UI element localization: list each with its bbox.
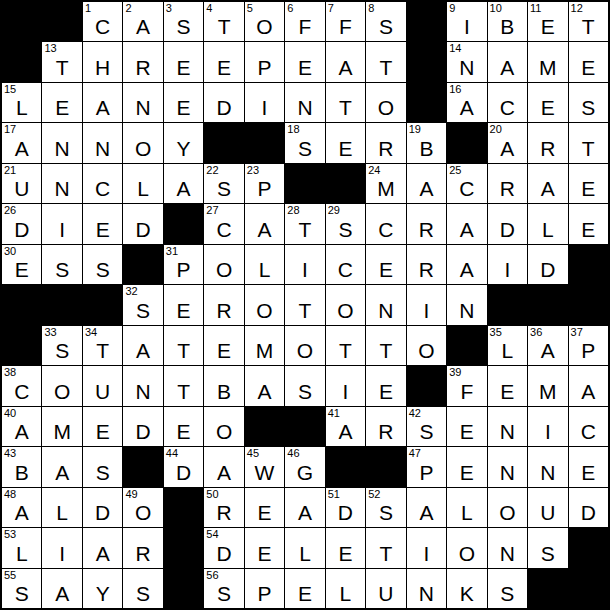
cell-letter: U xyxy=(528,502,567,524)
grid-cell[interactable]: P xyxy=(245,569,284,608)
grid-cell[interactable]: 46G xyxy=(285,447,324,486)
grid-cell[interactable]: 48A xyxy=(2,488,41,527)
grid-cell[interactable]: 38C xyxy=(2,366,41,405)
grid-cell[interactable]: S xyxy=(83,447,122,486)
cell-letter: N xyxy=(488,543,527,565)
grid-cell[interactable]: I xyxy=(42,204,81,243)
grid-cell[interactable]: D xyxy=(528,245,567,284)
grid-cell[interactable]: O xyxy=(488,488,527,527)
grid-cell[interactable]: 55S xyxy=(2,569,41,608)
clue-number: 46 xyxy=(287,447,299,460)
grid-cell[interactable]: T xyxy=(164,326,203,365)
grid-cell[interactable]: O xyxy=(204,245,243,284)
grid-cell[interactable]: E xyxy=(569,447,608,486)
grid-cell[interactable]: E xyxy=(569,204,608,243)
grid-cell[interactable]: K xyxy=(447,569,486,608)
grid-cell[interactable]: E xyxy=(164,407,203,446)
grid-cell[interactable]: 10B xyxy=(488,2,527,41)
grid-cell[interactable]: U xyxy=(366,569,405,608)
grid-cell[interactable]: M xyxy=(245,326,284,365)
clue-number: 41 xyxy=(328,407,340,420)
grid-cell[interactable]: 23P xyxy=(245,164,284,203)
grid-cell[interactable]: 53L xyxy=(2,528,41,567)
grid-cell[interactable]: 29S xyxy=(326,204,365,243)
clue-number: 13 xyxy=(44,42,56,55)
blocked-cell xyxy=(326,164,365,203)
cell-letter: P xyxy=(245,583,284,605)
clue-number: 22 xyxy=(206,164,218,177)
grid-cell[interactable]: N xyxy=(366,285,405,324)
grid-cell[interactable]: L xyxy=(123,164,162,203)
grid-cell[interactable]: 6F xyxy=(285,2,324,41)
clue-number: 35 xyxy=(490,326,502,339)
cell-letter: O xyxy=(123,138,162,160)
cell-letter: A xyxy=(123,16,162,38)
grid-cell[interactable]: D xyxy=(569,488,608,527)
grid-cell[interactable]: 31P xyxy=(164,245,203,284)
cell-letter: U xyxy=(366,583,405,605)
grid-cell[interactable]: T xyxy=(326,83,365,122)
cell-letter: P xyxy=(407,462,446,484)
cell-letter: E xyxy=(83,219,122,241)
grid-cell[interactable]: N xyxy=(42,123,81,162)
grid-cell[interactable]: P xyxy=(245,42,284,81)
clue-number: 7 xyxy=(328,2,334,15)
clue-number: 50 xyxy=(206,488,218,501)
cell-letter: D xyxy=(2,219,41,241)
grid-cell[interactable]: A xyxy=(447,204,486,243)
grid-cell[interactable]: 8S xyxy=(366,2,405,41)
grid-cell[interactable]: 11E xyxy=(528,2,567,41)
grid-cell[interactable]: 22S xyxy=(204,164,243,203)
grid-cell[interactable]: 56S xyxy=(204,569,243,608)
grid-cell[interactable]: N xyxy=(488,407,527,446)
grid-cell[interactable]: 52S xyxy=(366,488,405,527)
cell-letter: S xyxy=(83,259,122,281)
clue-number: 1 xyxy=(85,2,91,15)
cell-letter: C xyxy=(366,219,405,241)
grid-cell[interactable]: N xyxy=(407,569,446,608)
grid-cell[interactable]: A xyxy=(326,42,365,81)
grid-cell[interactable]: A xyxy=(245,204,284,243)
grid-cell[interactable]: S xyxy=(285,366,324,405)
cell-letter: W xyxy=(245,462,284,484)
grid-cell[interactable]: 37P xyxy=(569,326,608,365)
grid-cell[interactable]: A xyxy=(245,366,284,405)
grid-cell[interactable]: I xyxy=(42,528,81,567)
cell-letter: C xyxy=(83,16,122,38)
grid-cell[interactable]: O xyxy=(326,285,365,324)
blocked-cell xyxy=(407,42,446,81)
grid-cell[interactable]: O xyxy=(366,83,405,122)
grid-cell[interactable]: D xyxy=(123,407,162,446)
grid-cell[interactable]: C xyxy=(366,204,405,243)
grid-cell[interactable]: R xyxy=(366,123,405,162)
grid-cell[interactable]: R xyxy=(366,407,405,446)
grid-cell[interactable]: O xyxy=(42,366,81,405)
blocked-cell xyxy=(488,285,527,324)
grid-cell[interactable]: 9I xyxy=(447,2,486,41)
grid-cell[interactable]: 34T xyxy=(83,326,122,365)
cell-letter: S xyxy=(204,583,243,605)
blocked-cell xyxy=(447,326,486,365)
grid-cell[interactable]: C xyxy=(326,245,365,284)
grid-cell[interactable]: 54D xyxy=(204,528,243,567)
grid-cell[interactable]: E xyxy=(204,42,243,81)
blocked-cell xyxy=(83,285,122,324)
cell-letter: A xyxy=(326,57,365,79)
grid-cell[interactable]: D xyxy=(123,204,162,243)
grid-cell[interactable]: 20A xyxy=(488,123,527,162)
cell-letter: N xyxy=(488,462,527,484)
grid-cell[interactable]: B xyxy=(204,366,243,405)
cell-letter: P xyxy=(245,178,284,200)
cell-letter: E xyxy=(569,178,608,200)
cell-letter: T xyxy=(326,340,365,362)
grid-cell[interactable]: 45W xyxy=(245,447,284,486)
grid-cell[interactable]: E xyxy=(245,528,284,567)
grid-cell[interactable]: E xyxy=(569,164,608,203)
cell-letter: T xyxy=(569,138,608,160)
cell-letter: N xyxy=(83,138,122,160)
grid-cell[interactable]: O xyxy=(204,407,243,446)
grid-cell[interactable]: E xyxy=(204,326,243,365)
cell-letter: E xyxy=(366,381,405,403)
grid-cell[interactable]: E xyxy=(326,528,365,567)
clue-number: 51 xyxy=(328,488,340,501)
clue-number: 29 xyxy=(328,204,340,217)
grid-cell[interactable]: A xyxy=(407,488,446,527)
grid-cell[interactable]: A xyxy=(42,569,81,608)
grid-cell[interactable]: I xyxy=(245,83,284,122)
grid-cell[interactable]: A xyxy=(83,83,122,122)
grid-cell[interactable]: Y xyxy=(83,569,122,608)
grid-cell[interactable]: L xyxy=(42,488,81,527)
grid-cell[interactable]: E xyxy=(447,447,486,486)
grid-cell[interactable]: S xyxy=(42,245,81,284)
grid-cell[interactable]: R xyxy=(407,204,446,243)
cell-letter: S xyxy=(42,259,81,281)
cell-letter: T xyxy=(164,340,203,362)
cell-letter: I xyxy=(245,97,284,119)
grid-cell[interactable]: L xyxy=(326,569,365,608)
grid-cell[interactable]: T xyxy=(569,123,608,162)
grid-cell[interactable]: N xyxy=(123,366,162,405)
grid-cell[interactable]: E xyxy=(569,42,608,81)
blocked-cell xyxy=(407,83,446,122)
cell-letter: N xyxy=(447,300,486,322)
cell-letter: S xyxy=(2,583,41,605)
grid-cell[interactable]: E xyxy=(164,42,203,81)
grid-cell[interactable]: A xyxy=(204,447,243,486)
grid-cell[interactable]: T xyxy=(164,366,203,405)
grid-cell[interactable]: 39F xyxy=(447,366,486,405)
grid-cell[interactable]: D xyxy=(204,83,243,122)
blocked-cell xyxy=(569,245,608,284)
grid-cell[interactable]: 25C xyxy=(447,164,486,203)
grid-cell[interactable]: U xyxy=(83,366,122,405)
grid-cell[interactable]: 41A xyxy=(326,407,365,446)
grid-cell[interactable]: N xyxy=(447,285,486,324)
grid-cell[interactable]: C xyxy=(83,164,122,203)
cell-letter: E xyxy=(528,16,567,38)
cell-letter: L xyxy=(245,259,284,281)
cell-letter: M xyxy=(528,57,567,79)
blocked-cell xyxy=(2,2,41,41)
grid-cell[interactable]: R xyxy=(528,123,567,162)
grid-cell[interactable]: 35L xyxy=(488,326,527,365)
cell-letter: N xyxy=(366,300,405,322)
cell-letter: E xyxy=(366,259,405,281)
grid-cell[interactable]: E xyxy=(447,407,486,446)
grid-cell[interactable]: E xyxy=(366,245,405,284)
grid-cell[interactable]: 13T xyxy=(42,42,81,81)
grid-cell[interactable]: S xyxy=(123,569,162,608)
blocked-cell xyxy=(164,569,203,608)
cell-letter: N xyxy=(407,583,446,605)
clue-number: 8 xyxy=(368,2,374,15)
grid-cell[interactable]: 7F xyxy=(326,2,365,41)
grid-cell[interactable]: E xyxy=(83,204,122,243)
grid-cell[interactable]: I xyxy=(285,245,324,284)
grid-cell[interactable]: 4T xyxy=(204,2,243,41)
cell-letter: D xyxy=(326,502,365,524)
grid-cell[interactable]: E xyxy=(245,488,284,527)
grid-cell[interactable]: C xyxy=(488,83,527,122)
grid-cell[interactable]: R xyxy=(123,42,162,81)
grid-cell[interactable]: M xyxy=(528,42,567,81)
clue-number: 37 xyxy=(571,326,583,339)
grid-cell[interactable]: 15L xyxy=(2,83,41,122)
grid-cell[interactable]: Y xyxy=(164,123,203,162)
blocked-cell xyxy=(569,569,608,608)
grid-cell[interactable]: D xyxy=(488,204,527,243)
cell-letter: M xyxy=(528,381,567,403)
clue-number: 6 xyxy=(287,2,293,15)
clue-number: 4 xyxy=(206,2,212,15)
blocked-cell xyxy=(407,2,446,41)
cell-letter: D xyxy=(164,462,203,484)
clue-number: 38 xyxy=(4,366,16,379)
grid-cell[interactable]: T xyxy=(326,326,365,365)
cell-letter: N xyxy=(123,381,162,403)
grid-cell[interactable]: A xyxy=(488,42,527,81)
grid-cell[interactable]: 21U xyxy=(2,164,41,203)
grid-cell[interactable]: N xyxy=(83,123,122,162)
grid-cell[interactable]: 17A xyxy=(2,123,41,162)
grid-cell[interactable]: 14N xyxy=(447,42,486,81)
grid-cell[interactable]: 49O xyxy=(123,488,162,527)
grid-cell[interactable]: O xyxy=(285,326,324,365)
grid-cell[interactable]: 43B xyxy=(2,447,41,486)
grid-cell[interactable]: E xyxy=(326,123,365,162)
grid-cell[interactable]: N xyxy=(488,447,527,486)
grid-cell[interactable]: S xyxy=(83,245,122,284)
cell-letter: D xyxy=(83,502,122,524)
clue-number: 12 xyxy=(571,2,583,15)
cell-letter: A xyxy=(42,462,81,484)
cell-letter: S xyxy=(569,97,608,119)
grid-cell[interactable]: 1C xyxy=(83,2,122,41)
cell-letter: A xyxy=(569,381,608,403)
grid-cell[interactable]: T xyxy=(366,326,405,365)
grid-cell[interactable]: O xyxy=(407,326,446,365)
grid-cell[interactable]: 51D xyxy=(326,488,365,527)
grid-cell[interactable]: O xyxy=(123,123,162,162)
grid-cell[interactable]: 33S xyxy=(42,326,81,365)
grid-cell[interactable]: 16A xyxy=(447,83,486,122)
cell-letter: K xyxy=(447,583,486,605)
grid-cell[interactable]: 40A xyxy=(2,407,41,446)
blocked-cell xyxy=(164,528,203,567)
grid-cell[interactable]: I xyxy=(528,407,567,446)
grid-cell[interactable]: R xyxy=(123,528,162,567)
grid-cell[interactable]: O xyxy=(447,528,486,567)
cell-letter: C xyxy=(326,259,365,281)
blocked-cell xyxy=(123,245,162,284)
grid-cell[interactable]: N xyxy=(123,83,162,122)
clue-number: 19 xyxy=(409,123,421,136)
clue-number: 18 xyxy=(287,123,299,136)
grid-cell[interactable]: 19B xyxy=(407,123,446,162)
cell-letter: D xyxy=(123,421,162,443)
grid-cell[interactable]: A xyxy=(285,488,324,527)
grid-cell[interactable]: L xyxy=(528,204,567,243)
grid-cell[interactable]: 27C xyxy=(204,204,243,243)
grid-cell[interactable]: L xyxy=(245,245,284,284)
clue-number: 25 xyxy=(449,164,461,177)
grid-cell[interactable]: 47P xyxy=(407,447,446,486)
grid-cell[interactable]: A xyxy=(447,245,486,284)
grid-cell[interactable]: T xyxy=(285,285,324,324)
cell-letter: C xyxy=(447,178,486,200)
cell-letter: I xyxy=(326,381,365,403)
clue-number: 23 xyxy=(247,164,259,177)
cell-letter: P xyxy=(245,57,284,79)
grid-cell[interactable]: 44D xyxy=(164,447,203,486)
grid-cell[interactable]: S xyxy=(569,83,608,122)
grid-cell[interactable]: E xyxy=(164,285,203,324)
cell-letter: N xyxy=(285,97,324,119)
grid-cell[interactable]: 28T xyxy=(285,204,324,243)
grid-cell[interactable]: A xyxy=(42,447,81,486)
grid-cell[interactable]: A xyxy=(569,366,608,405)
grid-cell[interactable]: S xyxy=(528,528,567,567)
grid-cell[interactable]: N xyxy=(42,164,81,203)
cell-letter: T xyxy=(366,543,405,565)
grid-cell[interactable]: A xyxy=(83,528,122,567)
grid-cell[interactable]: C xyxy=(569,407,608,446)
cell-letter: A xyxy=(245,219,284,241)
cell-letter: E xyxy=(285,583,324,605)
grid-cell[interactable]: A xyxy=(164,164,203,203)
cell-letter: A xyxy=(407,502,446,524)
grid-cell[interactable]: I xyxy=(488,245,527,284)
grid-cell[interactable]: 2A xyxy=(123,2,162,41)
grid-cell[interactable]: 50R xyxy=(204,488,243,527)
grid-cell[interactable]: R xyxy=(407,245,446,284)
grid-cell[interactable]: I xyxy=(407,285,446,324)
grid-cell[interactable]: L xyxy=(447,488,486,527)
grid-cell[interactable]: U xyxy=(528,488,567,527)
blocked-cell xyxy=(164,488,203,527)
grid-cell[interactable]: 5O xyxy=(245,2,284,41)
cell-letter: A xyxy=(83,97,122,119)
grid-cell[interactable]: 3S xyxy=(164,2,203,41)
clue-number: 47 xyxy=(409,447,421,460)
clue-number: 9 xyxy=(449,2,455,15)
grid-cell[interactable]: E xyxy=(285,569,324,608)
clue-number: 44 xyxy=(166,447,178,460)
grid-cell[interactable]: I xyxy=(407,528,446,567)
grid-cell[interactable]: M xyxy=(42,407,81,446)
cell-letter: A xyxy=(204,462,243,484)
cell-letter: O xyxy=(488,502,527,524)
cell-letter: O xyxy=(204,421,243,443)
grid-cell[interactable]: 18S xyxy=(285,123,324,162)
cell-letter: R xyxy=(528,138,567,160)
grid-cell[interactable]: E xyxy=(528,83,567,122)
clue-number: 20 xyxy=(490,123,502,136)
cell-letter: A xyxy=(2,502,41,524)
grid-cell[interactable]: E xyxy=(285,42,324,81)
clue-number: 10 xyxy=(490,2,502,15)
grid-cell[interactable]: E xyxy=(164,83,203,122)
grid-cell[interactable]: 12T xyxy=(569,2,608,41)
cell-letter: S xyxy=(123,583,162,605)
cell-letter: E xyxy=(569,57,608,79)
grid-cell[interactable]: 32S xyxy=(123,285,162,324)
grid-cell[interactable]: A xyxy=(123,326,162,365)
grid-cell[interactable]: I xyxy=(326,366,365,405)
cell-letter: S xyxy=(42,340,81,362)
grid-cell[interactable]: E xyxy=(366,366,405,405)
grid-cell[interactable]: 30E xyxy=(2,245,41,284)
cell-letter: L xyxy=(2,543,41,565)
grid-cell[interactable]: 42S xyxy=(407,407,446,446)
grid-cell[interactable]: H xyxy=(83,42,122,81)
grid-cell[interactable]: A xyxy=(528,164,567,203)
grid-cell[interactable]: S xyxy=(488,569,527,608)
cell-letter: L xyxy=(528,219,567,241)
cell-letter: F xyxy=(326,16,365,38)
clue-number: 5 xyxy=(247,2,253,15)
grid-cell[interactable]: M xyxy=(528,366,567,405)
grid-cell[interactable]: E xyxy=(42,83,81,122)
grid-cell[interactable]: A xyxy=(407,164,446,203)
clue-number: 33 xyxy=(44,326,56,339)
grid-cell[interactable]: L xyxy=(285,528,324,567)
grid-cell[interactable]: N xyxy=(528,447,567,486)
grid-cell[interactable]: T xyxy=(366,528,405,567)
cell-letter: S xyxy=(326,219,365,241)
grid-cell[interactable]: D xyxy=(83,488,122,527)
grid-cell[interactable]: N xyxy=(488,528,527,567)
grid-cell[interactable]: R xyxy=(204,285,243,324)
grid-cell[interactable]: 36A xyxy=(528,326,567,365)
grid-cell[interactable]: O xyxy=(245,285,284,324)
grid-cell[interactable]: 26D xyxy=(2,204,41,243)
clue-number: 2 xyxy=(125,2,131,15)
grid-cell[interactable]: R xyxy=(488,164,527,203)
cell-letter: L xyxy=(326,583,365,605)
grid-cell[interactable]: E xyxy=(83,407,122,446)
grid-cell[interactable]: N xyxy=(285,83,324,122)
grid-cell[interactable]: T xyxy=(366,42,405,81)
cell-letter: T xyxy=(204,16,243,38)
grid-cell[interactable]: E xyxy=(488,366,527,405)
grid-cell[interactable]: 24M xyxy=(366,164,405,203)
